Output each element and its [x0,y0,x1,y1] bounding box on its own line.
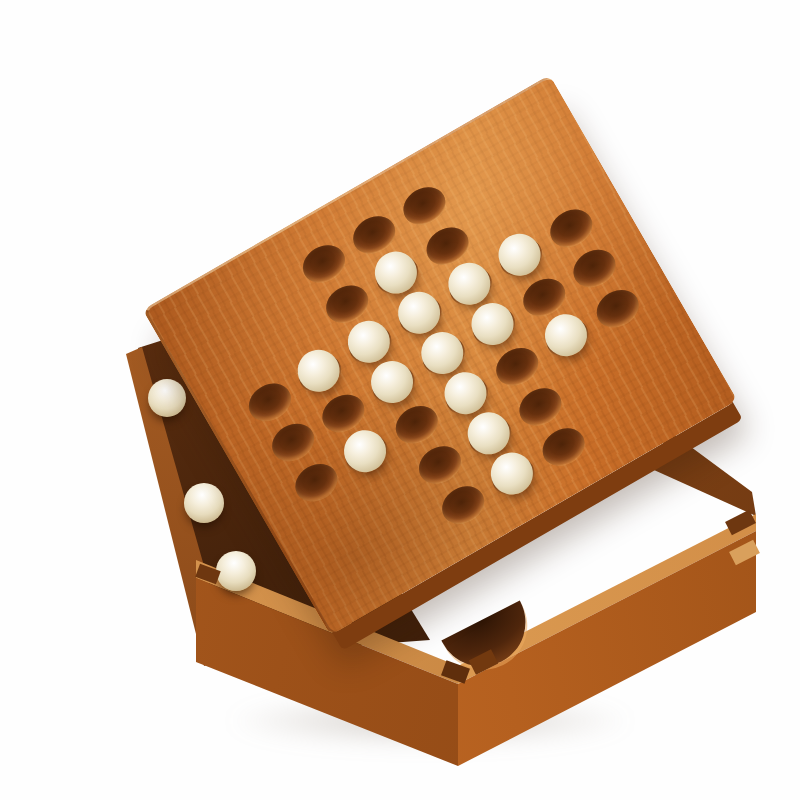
marble-glyph: ● [148,379,186,417]
marble-glyph: ● [184,483,224,523]
tray-marble[interactable]: ● [148,379,186,417]
marble-glyph: ● [216,551,256,591]
product-photo: ●●● ●●●●●●●●●●●●●● [0,0,800,800]
tray-marble[interactable]: ● [216,551,256,591]
tray-marble[interactable]: ● [184,483,224,523]
